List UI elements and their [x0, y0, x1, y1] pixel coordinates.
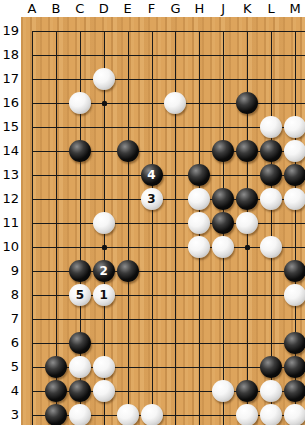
stone-D9-black[interactable]: 2	[93, 260, 115, 282]
grid-line-horizontal-18	[32, 55, 305, 56]
stone-M3-white[interactable]	[284, 404, 305, 425]
stone-C4-black[interactable]	[69, 380, 91, 402]
stone-J4-white[interactable]	[212, 380, 234, 402]
stone-H11-white[interactable]	[188, 212, 210, 234]
stone-J14-black[interactable]	[212, 140, 234, 162]
go-board[interactable]: 43251	[21, 17, 305, 425]
row-label-16: 16	[0, 96, 20, 110]
grid-line-horizontal-19	[32, 31, 305, 32]
stone-K14-black[interactable]	[236, 140, 258, 162]
row-label-14: 14	[0, 144, 20, 158]
row-label-7: 7	[0, 312, 20, 326]
stone-K16-black[interactable]	[236, 92, 258, 114]
star-point-K10	[245, 245, 250, 250]
stone-L3-white[interactable]	[260, 404, 282, 425]
stone-J12-black[interactable]	[212, 188, 234, 210]
column-label-G: G	[164, 1, 186, 16]
go-board-diagram: ABCDEFGHJKLM 191817161514131211109876543…	[0, 0, 305, 425]
stone-J10-white[interactable]	[212, 236, 234, 258]
move-number-label: 1	[100, 289, 108, 301]
row-label-19: 19	[0, 24, 20, 38]
column-label-C: C	[69, 1, 91, 16]
row-label-17: 17	[0, 72, 20, 86]
stone-F3-white[interactable]	[141, 404, 163, 425]
stone-C5-white[interactable]	[69, 356, 91, 378]
grid-line-vertical-A	[32, 31, 33, 425]
stone-M13-black[interactable]	[284, 164, 305, 186]
move-number-label: 4	[147, 169, 155, 181]
column-label-D: D	[93, 1, 115, 16]
stone-C6-black[interactable]	[69, 332, 91, 354]
stone-C8-white[interactable]: 5	[69, 284, 91, 306]
star-point-D10	[102, 245, 107, 250]
row-label-4: 4	[0, 384, 20, 398]
grid-line-horizontal-11	[32, 223, 305, 224]
grid-line-horizontal-7	[32, 319, 305, 320]
stone-K4-black[interactable]	[236, 380, 258, 402]
stone-K3-white[interactable]	[236, 404, 258, 425]
move-number-label: 5	[76, 289, 84, 301]
stone-C9-black[interactable]	[69, 260, 91, 282]
row-label-12: 12	[0, 192, 20, 206]
stone-E3-white[interactable]	[117, 404, 139, 425]
stone-H10-white[interactable]	[188, 236, 210, 258]
row-label-8: 8	[0, 288, 20, 302]
column-label-E: E	[117, 1, 139, 16]
column-label-L: L	[260, 1, 282, 16]
stone-L13-black[interactable]	[260, 164, 282, 186]
row-label-15: 15	[0, 120, 20, 134]
stone-K11-white[interactable]	[236, 212, 258, 234]
stone-G16-white[interactable]	[164, 92, 186, 114]
grid-line-vertical-G	[175, 31, 176, 425]
star-point-D16	[102, 101, 107, 106]
row-label-11: 11	[0, 216, 20, 230]
row-label-9: 9	[0, 264, 20, 278]
stone-M6-black[interactable]	[284, 332, 305, 354]
stone-D4-white[interactable]	[93, 380, 115, 402]
stone-F12-white[interactable]: 3	[141, 188, 163, 210]
stone-L12-white[interactable]	[260, 188, 282, 210]
column-label-A: A	[21, 1, 43, 16]
stone-L10-white[interactable]	[260, 236, 282, 258]
stone-H12-white[interactable]	[188, 188, 210, 210]
stone-D11-white[interactable]	[93, 212, 115, 234]
stone-M8-white[interactable]	[284, 284, 305, 306]
move-number-label: 3	[147, 193, 155, 205]
row-label-18: 18	[0, 48, 20, 62]
column-label-F: F	[141, 1, 163, 16]
stone-K12-black[interactable]	[236, 188, 258, 210]
stone-J11-black[interactable]	[212, 212, 234, 234]
move-number-label: 2	[100, 265, 108, 277]
stone-B4-black[interactable]	[45, 380, 67, 402]
stone-B3-black[interactable]	[45, 404, 67, 425]
row-label-13: 13	[0, 168, 20, 182]
stone-M14-white[interactable]	[284, 140, 305, 162]
stone-E9-black[interactable]	[117, 260, 139, 282]
stone-E14-black[interactable]	[117, 140, 139, 162]
column-label-H: H	[188, 1, 210, 16]
stone-D5-white[interactable]	[93, 356, 115, 378]
stone-C3-white[interactable]	[69, 404, 91, 425]
column-label-B: B	[45, 1, 67, 16]
grid-line-horizontal-17	[32, 79, 305, 80]
column-label-K: K	[236, 1, 258, 16]
stone-D8-white[interactable]: 1	[93, 284, 115, 306]
stone-M4-black[interactable]	[284, 380, 305, 402]
stone-M5-black[interactable]	[284, 356, 305, 378]
row-label-10: 10	[0, 240, 20, 254]
stone-B5-black[interactable]	[45, 356, 67, 378]
column-label-J: J	[212, 1, 234, 16]
stone-L14-black[interactable]	[260, 140, 282, 162]
row-label-3: 3	[0, 408, 20, 422]
row-label-6: 6	[0, 336, 20, 350]
stone-C14-black[interactable]	[69, 140, 91, 162]
column-label-M: M	[284, 1, 305, 16]
row-label-5: 5	[0, 360, 20, 374]
stone-M9-black[interactable]	[284, 260, 305, 282]
stone-D17-white[interactable]	[93, 68, 115, 90]
stone-F13-black[interactable]: 4	[141, 164, 163, 186]
stone-H13-black[interactable]	[188, 164, 210, 186]
stone-C16-white[interactable]	[69, 92, 91, 114]
grid-line-vertical-E	[128, 31, 129, 425]
stone-L5-black[interactable]	[260, 356, 282, 378]
grid-line-vertical-F	[152, 31, 153, 425]
stone-L4-white[interactable]	[260, 380, 282, 402]
stone-M15-white[interactable]	[284, 116, 305, 138]
stone-L15-white[interactable]	[260, 116, 282, 138]
stone-M12-white[interactable]	[284, 188, 305, 210]
